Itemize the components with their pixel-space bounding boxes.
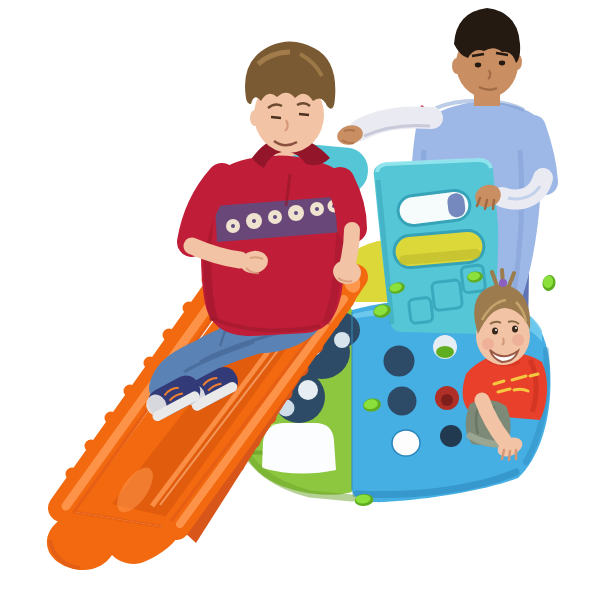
eye-glint — [515, 327, 517, 329]
eye — [492, 328, 498, 335]
seated-child-head — [245, 41, 335, 153]
eye — [499, 61, 505, 66]
ponytail-tie — [499, 279, 507, 287]
arch-opening — [262, 423, 336, 474]
eye — [512, 326, 518, 333]
eye-glint — [495, 329, 497, 331]
standing-child-head — [452, 8, 522, 98]
climb-hole — [384, 346, 415, 377]
product-photo — [0, 0, 600, 600]
climb-hole — [388, 387, 417, 416]
climb-hole-through — [392, 430, 420, 456]
rail-slot-lower — [393, 229, 485, 269]
eye — [475, 63, 481, 68]
vent-hole — [298, 380, 318, 400]
rosy-cheek — [482, 338, 494, 350]
forearm — [348, 230, 352, 262]
climb-hole — [440, 425, 462, 447]
sleeve — [340, 182, 352, 228]
toy-through-hole — [436, 346, 454, 358]
rosy-cheek — [512, 334, 524, 346]
product-photo-svg — [0, 0, 600, 600]
vent-hole — [334, 332, 350, 348]
hole-inner-shade — [441, 394, 453, 406]
